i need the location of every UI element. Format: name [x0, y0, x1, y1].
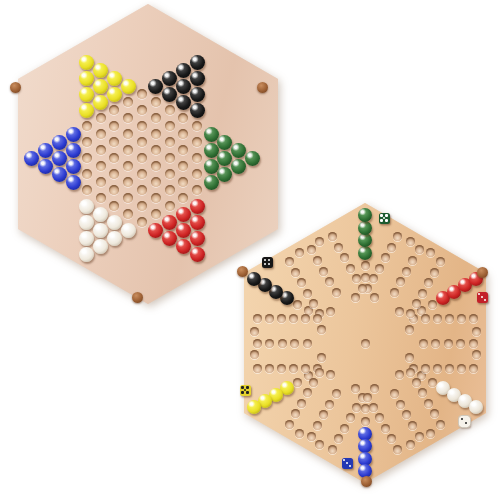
board-hole[interactable]	[265, 314, 274, 323]
board-hole[interactable]	[151, 209, 161, 219]
board-hole[interactable]	[82, 137, 92, 147]
board-hole[interactable]	[165, 105, 175, 115]
marble-green[interactable]	[358, 246, 372, 260]
board-hole[interactable]	[395, 307, 404, 316]
board-hole[interactable]	[424, 399, 433, 408]
board-hole[interactable]	[445, 364, 454, 373]
board-hole[interactable]	[375, 264, 384, 273]
marble-yellow[interactable]	[121, 79, 136, 94]
board-hole[interactable]	[301, 364, 310, 373]
board-hole[interactable]	[278, 339, 287, 348]
board-hole[interactable]	[137, 105, 147, 115]
marble-white[interactable]	[93, 239, 108, 254]
board-hole[interactable]	[317, 353, 326, 362]
marble-black[interactable]	[148, 79, 163, 94]
board-hole[interactable]	[433, 314, 442, 323]
board-hole[interactable]	[82, 185, 92, 195]
marble-blue[interactable]	[66, 143, 81, 158]
board-hole[interactable]	[361, 261, 370, 270]
marble-black[interactable]	[176, 79, 191, 94]
board-hole[interactable]	[285, 420, 294, 429]
marble-black[interactable]	[176, 95, 191, 110]
board-hole[interactable]	[444, 339, 453, 348]
board-hole[interactable]	[96, 113, 106, 123]
board-hole[interactable]	[325, 400, 334, 409]
corner-peg	[132, 292, 143, 303]
board-hole[interactable]	[445, 314, 454, 323]
board-hole[interactable]	[151, 177, 161, 187]
marble-blue[interactable]	[66, 127, 81, 142]
marble-black[interactable]	[176, 63, 191, 78]
board-hole[interactable]	[165, 121, 175, 131]
marble-white[interactable]	[79, 231, 94, 246]
board-hole[interactable]	[96, 129, 106, 139]
marble-red[interactable]	[190, 199, 205, 214]
board-hole[interactable]	[137, 169, 147, 179]
marble-black[interactable]	[190, 71, 205, 86]
marble-red[interactable]	[190, 215, 205, 230]
marble-green[interactable]	[204, 143, 219, 158]
marble-green[interactable]	[358, 233, 372, 247]
marble-blue[interactable]	[66, 159, 81, 174]
board-hole[interactable]	[326, 370, 335, 379]
die-yellow[interactable]	[240, 385, 251, 396]
board-hole[interactable]	[293, 300, 302, 309]
board-hole[interactable]	[402, 267, 411, 276]
board-hole[interactable]	[332, 288, 341, 297]
board-hole[interactable]	[408, 256, 417, 265]
board-hole[interactable]	[370, 384, 379, 393]
marble-black[interactable]	[190, 87, 205, 102]
marble-yellow[interactable]	[79, 55, 94, 70]
board-hole[interactable]	[96, 193, 106, 203]
marble-white[interactable]	[107, 215, 122, 230]
board-hole[interactable]	[137, 217, 147, 227]
board-hole[interactable]	[137, 137, 147, 147]
board-hole[interactable]	[253, 314, 262, 323]
board-hole[interactable]	[457, 364, 466, 373]
board-hole[interactable]	[361, 417, 370, 426]
marble-blue[interactable]	[52, 167, 67, 182]
board-hole[interactable]	[340, 424, 349, 433]
board-hole[interactable]	[165, 153, 175, 163]
board-hole[interactable]	[415, 245, 424, 254]
board-hole[interactable]	[317, 325, 326, 334]
board-hole[interactable]	[277, 314, 286, 323]
marble-red[interactable]	[176, 207, 191, 222]
marble-blue[interactable]	[38, 143, 53, 158]
board-hole[interactable]	[151, 193, 161, 203]
board-hole[interactable]	[315, 237, 324, 246]
corner-peg	[237, 266, 248, 277]
board-hole[interactable]	[433, 364, 442, 373]
board-hole[interactable]	[165, 201, 175, 211]
board-hole[interactable]	[297, 399, 306, 408]
board-hole[interactable]	[151, 113, 161, 123]
marble-white[interactable]	[79, 247, 94, 262]
board-hole[interactable]	[309, 299, 318, 308]
marble-red[interactable]	[148, 223, 163, 238]
board-hole[interactable]	[390, 288, 399, 297]
board-hole[interactable]	[456, 339, 465, 348]
marble-green[interactable]	[204, 127, 219, 142]
board-hole[interactable]	[96, 145, 106, 155]
board-hole[interactable]	[295, 429, 304, 438]
board-hole[interactable]	[421, 314, 430, 323]
board-hole[interactable]	[291, 268, 300, 277]
marble-green[interactable]	[231, 159, 246, 174]
marble-green[interactable]	[217, 151, 232, 166]
board-hole[interactable]	[328, 445, 337, 454]
board-hole[interactable]	[405, 325, 414, 334]
board-hole[interactable]	[334, 243, 343, 252]
board-hole[interactable]	[137, 185, 147, 195]
marble-yellow[interactable]	[79, 103, 94, 118]
marble-yellow[interactable]	[93, 79, 108, 94]
product-photo-two-wooden-game-boards	[0, 0, 500, 500]
board-hole[interactable]	[165, 169, 175, 179]
marble-blue[interactable]	[52, 135, 67, 150]
board-hole[interactable]	[419, 339, 428, 348]
marble-green[interactable]	[204, 175, 219, 190]
board-hole[interactable]	[351, 293, 360, 302]
board-hole[interactable]	[151, 161, 161, 171]
board-hole[interactable]	[315, 368, 324, 377]
board-hole[interactable]	[291, 409, 300, 418]
marble-yellow[interactable]	[93, 95, 108, 110]
marble-green[interactable]	[231, 143, 246, 158]
die-blue[interactable]	[342, 458, 353, 469]
board-hole[interactable]	[165, 185, 175, 195]
board-hole[interactable]	[369, 274, 378, 283]
die-red[interactable]	[477, 292, 488, 303]
board-hole[interactable]	[96, 177, 106, 187]
board-hole[interactable]	[82, 169, 92, 179]
marble-red[interactable]	[176, 223, 191, 238]
board-hole[interactable]	[351, 384, 360, 393]
board-hole[interactable]	[137, 153, 147, 163]
marble-blue[interactable]	[52, 151, 67, 166]
marble-yellow[interactable]	[107, 87, 122, 102]
board-hole[interactable]	[303, 289, 312, 298]
board-hole[interactable]	[253, 339, 262, 348]
marble-white[interactable]	[93, 207, 108, 222]
corner-peg	[361, 476, 372, 487]
board-hole[interactable]	[431, 339, 440, 348]
marble-black[interactable]	[162, 71, 177, 86]
board-hole[interactable]	[289, 314, 298, 323]
board-hole[interactable]	[253, 364, 262, 373]
marble-yellow[interactable]	[93, 63, 108, 78]
marble-white[interactable]	[469, 400, 483, 414]
board-hole[interactable]	[469, 314, 478, 323]
marble-black[interactable]	[190, 103, 205, 118]
board-hole[interactable]	[469, 339, 478, 348]
board-hole[interactable]	[307, 245, 316, 254]
board-hole[interactable]	[381, 424, 390, 433]
board-hole[interactable]	[301, 314, 310, 323]
board-hole[interactable]	[346, 264, 355, 273]
marble-green[interactable]	[204, 159, 219, 174]
board-hole[interactable]	[165, 137, 175, 147]
board-hole[interactable]	[250, 350, 259, 359]
marble-white[interactable]	[79, 199, 94, 214]
marble-black[interactable]	[190, 55, 205, 70]
board-hole[interactable]	[277, 364, 286, 373]
board-hole[interactable]	[405, 353, 414, 362]
board-hole[interactable]	[137, 89, 147, 99]
board-hole[interactable]	[472, 350, 481, 359]
board-hole[interactable]	[290, 339, 299, 348]
marble-blue[interactable]	[24, 151, 39, 166]
board-hole[interactable]	[430, 268, 439, 277]
die-white[interactable]	[459, 416, 470, 427]
board-hole[interactable]	[151, 145, 161, 155]
board-hole[interactable]	[421, 364, 430, 373]
board-hole[interactable]	[472, 327, 481, 336]
marble-yellow[interactable]	[79, 71, 94, 86]
board-hole[interactable]	[293, 378, 302, 387]
marble-green[interactable]	[217, 135, 232, 150]
marble-red[interactable]	[176, 239, 191, 254]
board-hole[interactable]	[387, 243, 396, 252]
board-hole[interactable]	[250, 327, 259, 336]
marble-white[interactable]	[93, 223, 108, 238]
board-hole[interactable]	[415, 432, 424, 441]
board-hole[interactable]	[426, 429, 435, 438]
board-hole[interactable]	[395, 370, 404, 379]
corner-peg	[10, 82, 21, 93]
board-hole[interactable]	[303, 339, 312, 348]
board-hole[interactable]	[457, 314, 466, 323]
board-hole[interactable]	[265, 364, 274, 373]
marble-white[interactable]	[107, 231, 122, 246]
board-hole[interactable]	[406, 368, 415, 377]
board-hole[interactable]	[265, 339, 274, 348]
board-hole[interactable]	[319, 267, 328, 276]
board-hole[interactable]	[137, 121, 147, 131]
marble-red[interactable]	[162, 231, 177, 246]
board-hole[interactable]	[151, 97, 161, 107]
marble-blue[interactable]	[358, 439, 372, 453]
board-hole[interactable]	[96, 161, 106, 171]
board-hole[interactable]	[369, 403, 378, 412]
board-hole[interactable]	[469, 364, 478, 373]
board-hole[interactable]	[313, 256, 322, 265]
die-green[interactable]	[379, 213, 390, 224]
board-hole[interactable]	[82, 153, 92, 163]
marble-white[interactable]	[79, 215, 94, 230]
marble-blue[interactable]	[38, 159, 53, 174]
board-hole[interactable]	[387, 434, 396, 443]
marble-red[interactable]	[190, 231, 205, 246]
corner-peg	[257, 82, 268, 93]
board-hole[interactable]	[82, 121, 92, 131]
board-hole[interactable]	[363, 393, 372, 402]
marble-green[interactable]	[358, 208, 372, 222]
marble-green[interactable]	[358, 221, 372, 235]
board-hole[interactable]	[313, 421, 322, 430]
board-hole[interactable]	[289, 364, 298, 373]
board-hole[interactable]	[307, 432, 316, 441]
corner-peg	[477, 267, 488, 278]
board-hole[interactable]	[390, 389, 399, 398]
marble-blue[interactable]	[66, 175, 81, 190]
marble-white[interactable]	[121, 223, 136, 238]
board-hole[interactable]	[313, 314, 322, 323]
board-hole[interactable]	[426, 248, 435, 257]
marble-green[interactable]	[245, 151, 260, 166]
die-black[interactable]	[262, 257, 273, 268]
board-hole[interactable]	[332, 389, 341, 398]
marble-green[interactable]	[217, 167, 232, 182]
marble-red[interactable]	[162, 215, 177, 230]
marble-black[interactable]	[162, 87, 177, 102]
marble-red[interactable]	[190, 247, 205, 262]
board-hole[interactable]	[436, 420, 445, 429]
board-hole[interactable]	[418, 289, 427, 298]
board-hole[interactable]	[151, 129, 161, 139]
marble-yellow[interactable]	[79, 87, 94, 102]
center-shortcut-hole[interactable]	[361, 339, 370, 348]
board-hole[interactable]	[396, 400, 405, 409]
board-hole[interactable]	[406, 237, 415, 246]
board-hole[interactable]	[393, 445, 402, 454]
board-hole[interactable]	[309, 378, 318, 387]
board-hole[interactable]	[137, 201, 147, 211]
marble-yellow[interactable]	[107, 71, 122, 86]
